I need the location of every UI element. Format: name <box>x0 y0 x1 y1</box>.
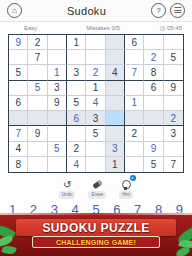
help-button[interactable]: ? <box>151 3 166 18</box>
cell-r5c3[interactable]: 9 <box>48 96 67 111</box>
erase-label: Erase <box>88 191 106 198</box>
undo-label: Undo <box>59 191 76 198</box>
home-icon: ⌂ <box>12 7 17 15</box>
cell-r8c7[interactable] <box>125 142 144 157</box>
ad-ribbon: SUDOKU PUZZLE <box>16 219 176 236</box>
help-icon: ? <box>156 7 160 15</box>
toolbar: ↺ Undo Erase ▸ Hint <box>0 173 192 202</box>
cell-r1c6[interactable] <box>106 35 125 50</box>
hint-label: Hint <box>119 191 133 198</box>
cell-r7c7[interactable]: 2 <box>125 126 144 141</box>
cell-r5c2[interactable] <box>28 96 47 111</box>
cell-r7c1[interactable]: 7 <box>9 126 28 141</box>
leaf-icon <box>1 244 17 255</box>
cell-r7c9[interactable]: 3 <box>164 126 183 141</box>
cell-r8c5[interactable] <box>86 142 105 157</box>
cell-r3c8[interactable]: 8 <box>144 65 163 80</box>
difficulty-label: Easy <box>10 25 70 31</box>
cell-r4c4[interactable] <box>67 81 86 96</box>
cell-r2c5[interactable] <box>86 50 105 65</box>
cell-r2c2[interactable]: 7 <box>28 50 47 65</box>
cell-r8c4[interactable]: 2 <box>67 142 86 157</box>
cell-r3c1[interactable]: 5 <box>9 65 28 80</box>
cell-r4c1[interactable] <box>9 81 28 96</box>
timer: ◷ 05:45 <box>136 24 182 31</box>
cell-r9c9[interactable]: 7 <box>164 157 183 172</box>
cell-r3c6[interactable]: 4 <box>106 65 125 80</box>
cell-r6c6[interactable] <box>106 111 125 126</box>
cell-r4c8[interactable]: 6 <box>144 81 163 96</box>
cell-r8c9[interactable] <box>164 142 183 157</box>
hamburger-icon: ☰ <box>173 7 182 15</box>
cell-r1c9[interactable] <box>164 35 183 50</box>
cell-r1c7[interactable]: 6 <box>125 35 144 50</box>
ad-divider <box>0 213 192 215</box>
home-button[interactable]: ⌂ <box>7 3 22 18</box>
cell-r3c2[interactable] <box>28 65 47 80</box>
ad-title: SUDOKU PUZZLE <box>42 221 149 235</box>
cell-r9c8[interactable]: 5 <box>144 157 163 172</box>
cell-r6c4[interactable]: 6 <box>67 111 86 126</box>
cell-r6c7[interactable] <box>125 111 144 126</box>
cell-r4c7[interactable] <box>125 81 144 96</box>
cell-r8c3[interactable]: 5 <box>48 142 67 157</box>
cell-r1c5[interactable] <box>86 35 105 50</box>
timer-value: 05:45 <box>167 25 182 31</box>
cell-r6c1[interactable] <box>9 111 28 126</box>
ad-banner[interactable]: SUDOKU PUZZLE CHALLENGING GAME! <box>0 213 192 256</box>
cell-r8c8[interactable]: 9 <box>144 142 163 157</box>
cell-r2c6[interactable] <box>106 50 125 65</box>
cell-r7c3[interactable] <box>48 126 67 141</box>
clock-icon: ◷ <box>160 24 165 31</box>
cell-r8c6[interactable]: 3 <box>106 142 125 157</box>
cell-r3c5[interactable]: 2 <box>86 65 105 80</box>
cell-r8c1[interactable]: 4 <box>9 142 28 157</box>
cell-r5c1[interactable]: 6 <box>9 96 28 111</box>
cell-r2c9[interactable]: 5 <box>164 50 183 65</box>
cell-r9c1[interactable]: 8 <box>9 157 28 172</box>
cell-r6c5[interactable]: 3 <box>86 111 105 126</box>
cell-r6c9[interactable]: 2 <box>164 111 183 126</box>
page-title: Sudoku <box>22 5 151 17</box>
cell-r3c4[interactable]: 3 <box>67 65 86 80</box>
cell-r9c4[interactable]: 4 <box>67 157 86 172</box>
hint-ad-badge: ▸ <box>130 175 136 181</box>
undo-icon: ↺ <box>63 178 71 190</box>
cell-r2c7[interactable] <box>125 50 144 65</box>
mistakes-counter: Mistakes 0/5 <box>70 25 136 31</box>
cell-r4c2[interactable]: 5 <box>28 81 47 96</box>
cell-r4c9[interactable]: 9 <box>164 81 183 96</box>
board-frame: 9216725513247853169695416327952345239841… <box>8 34 184 173</box>
cell-r5c5[interactable]: 4 <box>86 96 105 111</box>
hint-button[interactable]: ▸ Hint <box>119 178 133 198</box>
sudoku-app: ⌂ Sudoku ? ☰ Easy Mistakes 0/5 ◷ 05:45 9… <box>0 0 192 256</box>
ad-subtitle: CHALLENGING GAME! <box>56 239 136 246</box>
status-bar: Easy Mistakes 0/5 ◷ 05:45 <box>0 22 192 32</box>
cell-r5c6[interactable] <box>106 96 125 111</box>
sudoku-grid: 9216725513247853169695416327952345239841… <box>9 35 183 172</box>
cell-r5c9[interactable] <box>164 96 183 111</box>
cell-r2c8[interactable]: 2 <box>144 50 163 65</box>
cell-r6c8[interactable] <box>144 111 163 126</box>
cell-r1c2[interactable]: 2 <box>28 35 47 50</box>
cell-r3c9[interactable] <box>164 65 183 80</box>
cell-r2c3[interactable] <box>48 50 67 65</box>
cell-r6c2[interactable] <box>28 111 47 126</box>
cell-r4c6[interactable] <box>106 81 125 96</box>
cell-r4c5[interactable]: 1 <box>86 81 105 96</box>
cell-r7c2[interactable]: 9 <box>28 126 47 141</box>
leaf-icon <box>175 246 191 256</box>
cell-r2c4[interactable] <box>67 50 86 65</box>
cell-r7c4[interactable] <box>67 126 86 141</box>
cell-r1c8[interactable] <box>144 35 163 50</box>
cell-r8c2[interactable] <box>28 142 47 157</box>
erase-button[interactable]: Erase <box>88 178 106 198</box>
undo-button[interactable]: ↺ Undo <box>59 178 76 198</box>
menu-button[interactable]: ☰ <box>170 3 185 18</box>
cell-r3c7[interactable]: 7 <box>125 65 144 80</box>
cell-r4c3[interactable]: 3 <box>48 81 67 96</box>
cell-r5c7[interactable]: 1 <box>125 96 144 111</box>
cell-r3c3[interactable]: 1 <box>48 65 67 80</box>
cell-r2c1[interactable] <box>9 50 28 65</box>
cell-r1c3[interactable] <box>48 35 67 50</box>
header: ⌂ Sudoku ? ☰ <box>0 0 192 22</box>
cell-r5c8[interactable] <box>144 96 163 111</box>
cell-r5c4[interactable]: 5 <box>67 96 86 111</box>
cell-r9c7[interactable] <box>125 157 144 172</box>
header-actions: ? ☰ <box>151 3 185 18</box>
cell-r9c2[interactable] <box>28 157 47 172</box>
cell-r6c3[interactable] <box>48 111 67 126</box>
ad-subtitle-band: CHALLENGING GAME! <box>32 236 160 248</box>
cell-r1c1[interactable]: 9 <box>9 35 28 50</box>
cell-r7c6[interactable] <box>106 126 125 141</box>
cell-r9c3[interactable] <box>48 157 67 172</box>
cell-r9c6[interactable]: 1 <box>106 157 125 172</box>
cell-r1c4[interactable]: 1 <box>67 35 86 50</box>
cell-r7c8[interactable] <box>144 126 163 141</box>
cell-r9c5[interactable] <box>86 157 105 172</box>
hint-bulb-icon: ▸ <box>122 178 131 190</box>
cell-r7c5[interactable]: 5 <box>86 126 105 141</box>
eraser-icon <box>93 178 102 190</box>
